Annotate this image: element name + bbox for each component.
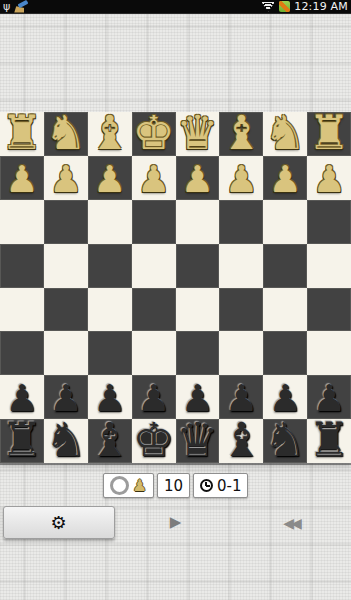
white-pawn[interactable]: ♟: [93, 161, 126, 198]
square-a8[interactable]: ♜: [307, 419, 351, 463]
square-c6[interactable]: [219, 331, 263, 375]
black-rook[interactable]: ♜: [1, 416, 43, 463]
toolbar: ⚙ ▶ ◀◀: [0, 506, 351, 539]
square-b2[interactable]: ♟: [263, 156, 307, 200]
square-h1[interactable]: ♜: [0, 112, 44, 156]
battery-app-icon: [279, 1, 290, 12]
level-value: 10: [164, 477, 183, 495]
chess-app-screen: ψ 12:19 AM ♜♞♝♚♛♝♞♜♟♟♟♟♟♟♟♟♟♟♟♟♟♟♟♟♜♞♝♚♛…: [0, 0, 351, 600]
square-g8[interactable]: ♞: [44, 419, 88, 463]
square-e5[interactable]: [132, 288, 176, 332]
square-b1[interactable]: ♞: [263, 112, 307, 156]
usb-icon: ψ: [3, 1, 10, 12]
white-pawn[interactable]: ♟: [269, 161, 302, 198]
square-a5[interactable]: [307, 288, 351, 332]
clock-box[interactable]: 0-1: [193, 473, 249, 498]
square-d6[interactable]: [176, 331, 220, 375]
square-d8[interactable]: ♛: [176, 419, 220, 463]
square-e6[interactable]: [132, 331, 176, 375]
broom-handle: [18, 0, 29, 8]
white-pawn[interactable]: ♟: [225, 161, 258, 198]
black-knight[interactable]: ♞: [45, 416, 87, 463]
square-a4[interactable]: [307, 244, 351, 288]
square-f1[interactable]: ♝: [88, 112, 132, 156]
wifi-icon: [261, 2, 275, 12]
white-pawn-icon: ♟: [133, 478, 147, 494]
rewind-button[interactable]: ◀◀: [238, 507, 348, 538]
square-f6[interactable]: [88, 331, 132, 375]
white-rook[interactable]: ♜: [1, 109, 43, 156]
square-f4[interactable]: [88, 244, 132, 288]
side-to-move-box[interactable]: ♟: [103, 473, 154, 498]
white-pawn[interactable]: ♟: [312, 161, 345, 198]
white-knight[interactable]: ♞: [45, 109, 87, 156]
square-d5[interactable]: [176, 288, 220, 332]
white-rook[interactable]: ♜: [308, 109, 350, 156]
square-c4[interactable]: [219, 244, 263, 288]
play-icon: ▶: [170, 515, 182, 530]
clock-icon: [200, 479, 213, 492]
square-a3[interactable]: [307, 200, 351, 244]
white-pawn[interactable]: ♟: [49, 161, 82, 198]
square-g3[interactable]: [44, 200, 88, 244]
square-g6[interactable]: [44, 331, 88, 375]
black-knight[interactable]: ♞: [264, 416, 306, 463]
square-b5[interactable]: [263, 288, 307, 332]
black-queen[interactable]: ♛: [176, 416, 218, 463]
square-b6[interactable]: [263, 331, 307, 375]
cleaner-broom-icon: [14, 1, 28, 13]
square-e4[interactable]: [132, 244, 176, 288]
square-e1[interactable]: ♚: [132, 112, 176, 156]
status-bar-clock: 12:19 AM: [294, 0, 348, 13]
square-c3[interactable]: [219, 200, 263, 244]
settings-button[interactable]: ⚙: [3, 506, 115, 539]
black-bishop[interactable]: ♝: [220, 416, 262, 463]
square-d3[interactable]: [176, 200, 220, 244]
square-f5[interactable]: [88, 288, 132, 332]
square-h6[interactable]: [0, 331, 44, 375]
square-h4[interactable]: [0, 244, 44, 288]
square-a6[interactable]: [307, 331, 351, 375]
square-d4[interactable]: [176, 244, 220, 288]
square-c5[interactable]: [219, 288, 263, 332]
black-king[interactable]: ♚: [132, 416, 174, 463]
white-pawn[interactable]: ♟: [137, 161, 170, 198]
toolbar-cell-right: ◀◀: [234, 506, 351, 539]
white-pawn[interactable]: ♟: [5, 161, 38, 198]
black-rook[interactable]: ♜: [308, 416, 350, 463]
level-box[interactable]: 10: [157, 473, 190, 498]
square-f8[interactable]: ♝: [88, 419, 132, 463]
play-button[interactable]: ▶: [121, 507, 231, 538]
white-king[interactable]: ♚: [132, 109, 174, 156]
square-g1[interactable]: ♞: [44, 112, 88, 156]
square-e3[interactable]: [132, 200, 176, 244]
clock-value: 0-1: [217, 477, 242, 495]
square-d2[interactable]: ♟: [176, 156, 220, 200]
toolbar-cell-middle: ▶: [117, 506, 234, 539]
square-h2[interactable]: ♟: [0, 156, 44, 200]
square-f2[interactable]: ♟: [88, 156, 132, 200]
square-a2[interactable]: ♟: [307, 156, 351, 200]
square-b4[interactable]: [263, 244, 307, 288]
black-bishop[interactable]: ♝: [89, 416, 131, 463]
square-c1[interactable]: ♝: [219, 112, 263, 156]
square-f3[interactable]: [88, 200, 132, 244]
status-bar: ψ 12:19 AM: [0, 0, 351, 14]
square-g4[interactable]: [44, 244, 88, 288]
white-to-move-ring-icon: [110, 476, 129, 495]
game-status-bar: ♟ 10 0-1: [0, 472, 351, 499]
square-b3[interactable]: [263, 200, 307, 244]
square-c2[interactable]: ♟: [219, 156, 263, 200]
square-h8[interactable]: ♜: [0, 419, 44, 463]
white-pawn[interactable]: ♟: [181, 161, 214, 198]
board: ♜♞♝♚♛♝♞♜♟♟♟♟♟♟♟♟♟♟♟♟♟♟♟♟♜♞♝♚♛♝♞♜: [0, 112, 351, 463]
square-g2[interactable]: ♟: [44, 156, 88, 200]
rewind-icon: ◀◀: [283, 516, 302, 530]
white-bishop[interactable]: ♝: [89, 109, 131, 156]
square-d1[interactable]: ♛: [176, 112, 220, 156]
square-g5[interactable]: [44, 288, 88, 332]
square-e2[interactable]: ♟: [132, 156, 176, 200]
white-bishop[interactable]: ♝: [220, 109, 262, 156]
square-h5[interactable]: [0, 288, 44, 332]
square-c8[interactable]: ♝: [219, 419, 263, 463]
square-e8[interactable]: ♚: [132, 419, 176, 463]
toolbar-cell-left: ⚙: [0, 506, 117, 539]
white-queen[interactable]: ♛: [176, 109, 218, 156]
square-a1[interactable]: ♜: [307, 112, 351, 156]
gear-icon: ⚙: [50, 514, 66, 532]
square-h3[interactable]: [0, 200, 44, 244]
white-knight[interactable]: ♞: [264, 109, 306, 156]
square-b8[interactable]: ♞: [263, 419, 307, 463]
